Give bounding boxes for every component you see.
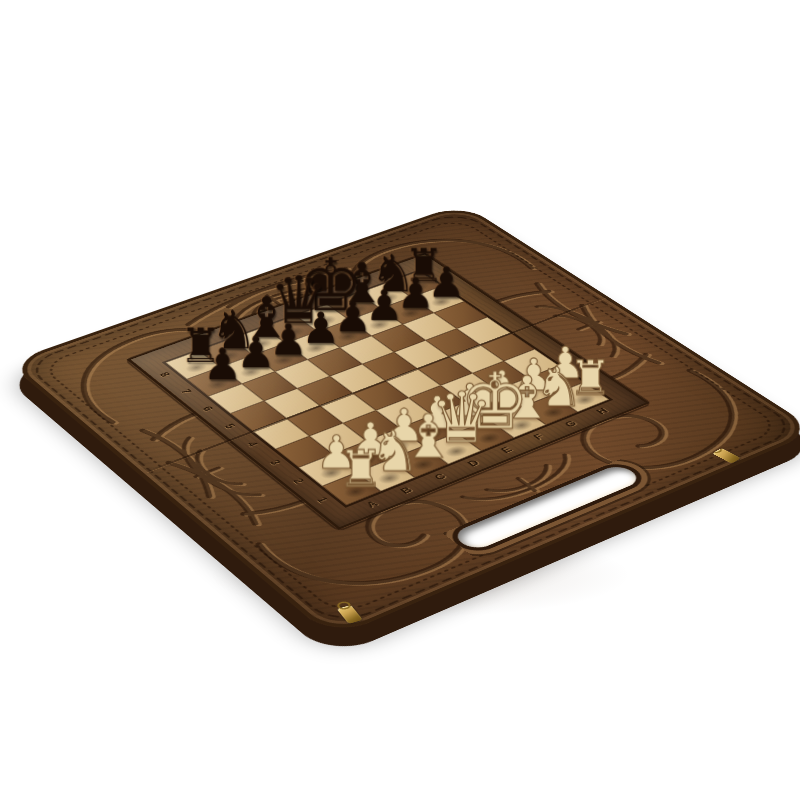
- white-rook-glyph: ♜: [306, 443, 416, 494]
- product-photo-stage: ♜♞♝♛♚♝♞♜♟♟♟♟♟♟♟♟♟♟♟♟♟♟♟♟♜♞♝♛♚♝♞♜ 1234567…: [0, 0, 800, 800]
